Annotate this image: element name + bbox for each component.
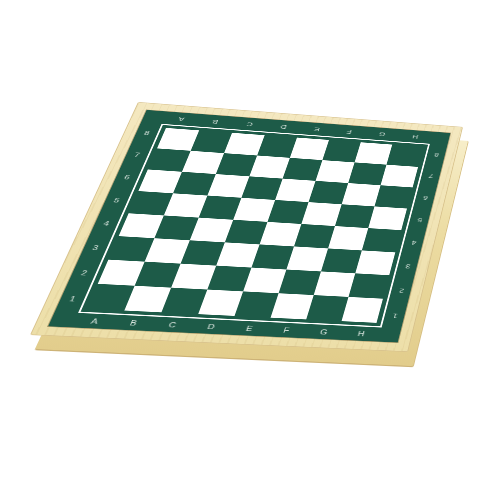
coordinate-label-3: 3 <box>91 245 99 251</box>
square-h1[interactable] <box>342 297 383 323</box>
coordinate-label-h: H <box>357 331 365 338</box>
coordinate-label-8: 8 <box>143 131 150 137</box>
coordinate-label-4: 4 <box>411 240 417 246</box>
coordinate-label-d: D <box>206 324 215 331</box>
coordinate-label-f: F <box>282 327 290 334</box>
coordinate-label-b: B <box>129 320 138 327</box>
square-h6[interactable] <box>374 185 412 208</box>
coordinate-label-5: 5 <box>417 217 423 223</box>
coordinate-label-a: A <box>178 116 186 122</box>
coordinate-label-e: E <box>245 326 253 333</box>
coordinate-label-h: H <box>412 134 419 139</box>
coordinate-label-a: A <box>90 318 99 325</box>
square-h3[interactable] <box>355 250 395 275</box>
coordinate-label-4: 4 <box>102 221 110 227</box>
square-h2[interactable] <box>348 273 389 298</box>
coordinate-label-2: 2 <box>80 270 88 277</box>
coordinate-label-1: 1 <box>392 312 399 318</box>
coordinate-label-7: 7 <box>133 152 140 158</box>
coordinate-label-d: D <box>280 124 288 130</box>
coordinate-label-6: 6 <box>423 195 429 201</box>
coordinate-label-3: 3 <box>405 263 411 269</box>
board-green-border: ABCDEFGH 87654321 87654321 ABCDEFGH <box>48 110 450 342</box>
square-h7[interactable] <box>381 165 419 188</box>
wood-frame: ABCDEFGH 87654321 87654321 ABCDEFGH <box>30 102 463 352</box>
chessboard: ABCDEFGH 87654321 87654321 ABCDEFGH <box>30 102 463 352</box>
coordinate-label-c: C <box>168 322 177 329</box>
square-h8[interactable] <box>386 145 423 167</box>
coordinate-label-c: C <box>246 121 254 127</box>
coordinate-label-5: 5 <box>113 198 121 204</box>
coordinate-label-g: G <box>319 329 328 336</box>
coordinate-label-1: 1 <box>68 296 76 303</box>
square-h4[interactable] <box>362 228 401 252</box>
coordinate-label-2: 2 <box>399 287 405 293</box>
coordinate-label-7: 7 <box>428 173 434 179</box>
chessboard-product-photo: ABCDEFGH 87654321 87654321 ABCDEFGH <box>0 0 500 500</box>
coordinate-label-f: F <box>346 129 353 134</box>
coordinate-label-g: G <box>378 131 386 136</box>
square-h5[interactable] <box>368 206 407 230</box>
coordinate-label-b: B <box>212 119 220 125</box>
coordinate-label-8: 8 <box>434 152 440 157</box>
coordinate-label-6: 6 <box>123 175 130 181</box>
coordinate-label-e: E <box>313 126 320 131</box>
